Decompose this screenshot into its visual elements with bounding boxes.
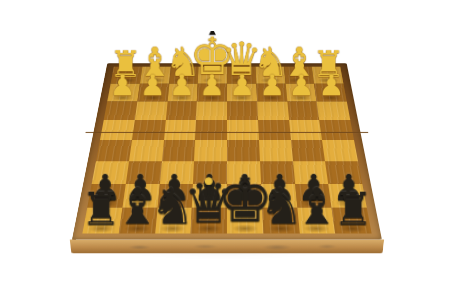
black-rook[interactable]: ♜ [333,186,374,231]
photo-scene: ♜♝♞♚▲♛♞♝♜♟♟♟♟♟♟♟♟♟♟♟♟♟♟♟♟♜♝♞♛●♚♞♝♜ [0,0,450,300]
chessboard: ♜♝♞♚▲♛♞♝♜♟♟♟♟♟♟♟♟♟♟♟♟♟♟♟♟♜♝♞♛●♚♞♝♜ [72,63,382,239]
board-square[interactable] [129,140,164,161]
board-square[interactable]: ♟ [256,84,287,102]
board-square[interactable] [227,120,259,140]
board-square[interactable] [259,140,293,161]
board-frame: ♜♝♞♚▲♛♞♝♜♟♟♟♟♟♟♟♟♟♟♟♟♟♟♟♟♜♝♞♛●♚♞♝♜ [72,63,382,239]
board-square[interactable] [322,140,358,161]
board-square[interactable] [194,140,227,161]
white-pawn[interactable]: ♟ [199,71,225,100]
board-square[interactable]: ♟ [107,84,139,102]
board-square[interactable] [257,101,289,120]
board-square[interactable]: ♟ [314,84,346,102]
board-square[interactable] [317,101,350,120]
board-square[interactable] [135,101,168,120]
black-queen-finial: ● [205,176,214,186]
board-square[interactable]: ♚ [227,208,263,234]
board-grid: ♜♝♞♚▲♛♞♝♜♟♟♟♟♟♟♟♟♟♟♟♟♟♟♟♟♜♝♞♛●♚♞♝♜ [82,67,371,234]
board-square[interactable] [227,101,258,120]
board-square[interactable] [165,101,197,120]
board-square[interactable] [132,120,166,140]
white-pawn[interactable]: ♟ [318,71,344,100]
white-pawn[interactable]: ♟ [109,71,135,100]
board-square[interactable] [319,120,354,140]
white-pawn[interactable]: ♟ [229,71,255,100]
board-square[interactable] [291,140,326,161]
board-square[interactable]: ♜ [332,208,372,234]
white-pawn[interactable]: ♟ [139,71,165,100]
board-square[interactable] [164,120,197,140]
board-square[interactable]: ♟ [285,84,317,102]
board-square[interactable]: ♟ [137,84,169,102]
board-square[interactable] [289,120,323,140]
board-front-edge [70,239,384,253]
board-square[interactable] [96,140,132,161]
board-square[interactable] [195,120,227,140]
board-square[interactable] [162,140,196,161]
board-square[interactable] [104,101,137,120]
board-square[interactable]: ♟ [167,84,198,102]
board-square[interactable]: ♟ [227,84,257,102]
board-square[interactable] [287,101,320,120]
white-pawn[interactable]: ♟ [289,71,315,100]
white-pawn[interactable]: ♟ [169,71,195,100]
board-square[interactable] [100,120,135,140]
board-square[interactable] [227,140,260,161]
board-square[interactable] [258,120,291,140]
white-pawn[interactable]: ♟ [259,71,285,100]
white-king-finial: ▲ [209,26,216,35]
board-square[interactable]: ♝ [297,208,336,234]
board-square[interactable]: ♟ [197,84,227,102]
board-square[interactable] [196,101,227,120]
